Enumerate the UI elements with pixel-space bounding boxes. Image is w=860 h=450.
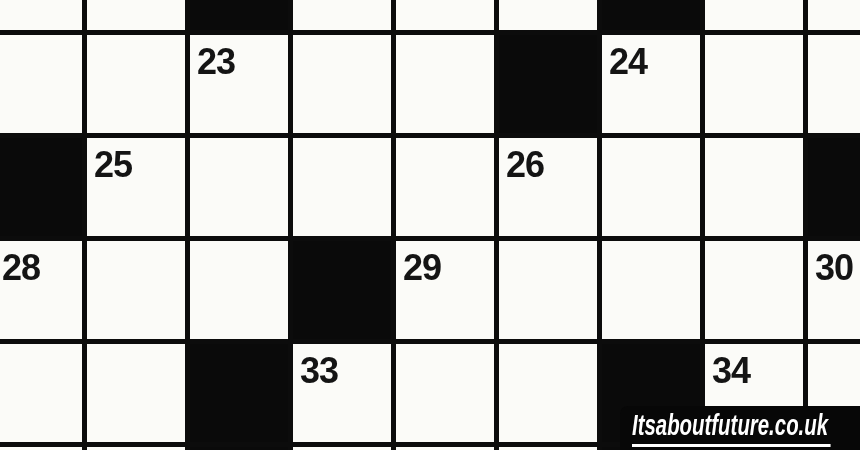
watermark-band: Itsaboutfuture.co.uk — [620, 406, 860, 450]
cell-r2c4-white[interactable] — [396, 138, 494, 236]
clue-number-26: 26 — [506, 147, 544, 183]
cell-r0c1-white[interactable] — [87, 0, 185, 30]
cell-r2c8-black — [808, 138, 860, 236]
cell-r4c2-black — [190, 344, 288, 442]
cell-r0c8-white[interactable] — [808, 0, 860, 30]
cell-r2c7-white[interactable] — [705, 138, 803, 236]
cell-r3c1-white[interactable] — [87, 241, 185, 339]
cell-r1c7-white[interactable] — [705, 35, 803, 133]
clue-number-34: 34 — [712, 353, 750, 389]
cell-r0c5-white[interactable] — [499, 0, 597, 30]
clue-number-29: 29 — [403, 250, 441, 286]
cell-r4c4-white[interactable] — [396, 344, 494, 442]
cell-r1c4-white[interactable] — [396, 35, 494, 133]
cell-r1c6-white[interactable]: 24 — [602, 35, 700, 133]
cell-r2c3-white[interactable] — [293, 138, 391, 236]
cell-r3c3-black — [293, 241, 391, 339]
cell-r4c1-white[interactable] — [87, 344, 185, 442]
cell-r4c0-white[interactable] — [0, 344, 82, 442]
cell-r1c2-white[interactable]: 23 — [190, 35, 288, 133]
crossword-screenshot: 232425262829303334 Itsaboutfuture.co.uk — [0, 0, 860, 450]
cell-r0c6-black — [602, 0, 700, 30]
watermark-text: Itsaboutfuture.co.uk — [632, 410, 831, 447]
cell-r2c1-white[interactable]: 25 — [87, 138, 185, 236]
cell-r1c0-white[interactable] — [0, 35, 82, 133]
cell-r3c2-white[interactable] — [190, 241, 288, 339]
cell-r3c0-white[interactable]: 28 — [0, 241, 82, 339]
cell-r2c2-white[interactable] — [190, 138, 288, 236]
cell-r0c0-white[interactable] — [0, 0, 82, 30]
cell-r2c6-white[interactable] — [602, 138, 700, 236]
cell-r1c3-white[interactable] — [293, 35, 391, 133]
cell-r2c5-white[interactable]: 26 — [499, 138, 597, 236]
cell-r3c4-white[interactable]: 29 — [396, 241, 494, 339]
clue-number-24: 24 — [609, 44, 647, 80]
clue-number-25: 25 — [94, 147, 132, 183]
cell-r0c7-white[interactable] — [705, 0, 803, 30]
cell-r1c5-black — [499, 35, 597, 133]
cell-r3c7-white[interactable] — [705, 241, 803, 339]
cell-r3c6-white[interactable] — [602, 241, 700, 339]
clue-number-30: 30 — [815, 250, 853, 286]
clue-number-33: 33 — [300, 353, 338, 389]
cell-r2c0-black — [0, 138, 82, 236]
cell-r0c4-white[interactable] — [396, 0, 494, 30]
cell-r3c8-white[interactable]: 30 — [808, 241, 860, 339]
cell-r1c8-white[interactable] — [808, 35, 860, 133]
cell-r3c5-white[interactable] — [499, 241, 597, 339]
clue-number-23: 23 — [197, 44, 235, 80]
cell-r0c2-black — [190, 0, 288, 30]
cell-r4c3-white[interactable]: 33 — [293, 344, 391, 442]
cell-r4c5-white[interactable] — [499, 344, 597, 442]
clue-number-28: 28 — [2, 250, 40, 286]
cell-r1c1-white[interactable] — [87, 35, 185, 133]
crossword-grid: 232425262829303334 — [0, 0, 860, 450]
cell-r0c3-white[interactable] — [293, 0, 391, 30]
